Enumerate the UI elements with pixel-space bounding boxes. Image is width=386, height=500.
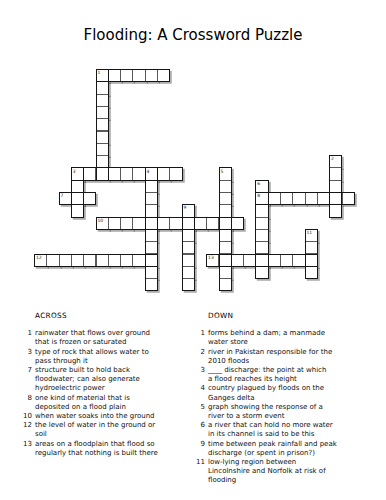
- clue-down-11: 11low-lying region between Lincolnshire …: [196, 458, 374, 486]
- grid-cell[interactable]: [132, 167, 145, 180]
- clue-number: 11: [196, 458, 205, 467]
- grid-cell[interactable]: [255, 229, 268, 242]
- down-header: DOWN: [208, 311, 374, 320]
- grid-cell[interactable]: [280, 254, 293, 267]
- grid-cell[interactable]: [169, 167, 182, 180]
- grid-cell[interactable]: [96, 94, 109, 107]
- clue-text: rainwater that flows over ground that is…: [35, 329, 193, 347]
- clue-number: 12: [23, 421, 32, 430]
- clue-across-10: 10when water soaks into the ground: [23, 412, 193, 421]
- grid-cell[interactable]: [268, 254, 281, 267]
- grid-cell[interactable]: [71, 254, 84, 267]
- clue-across-8: 8one kind of material that is deposited …: [23, 394, 193, 412]
- grid-cell[interactable]: 1: [96, 69, 109, 82]
- grid-cell[interactable]: [145, 69, 158, 82]
- cell-number: 5: [220, 169, 223, 174]
- grid-cell[interactable]: [96, 143, 109, 156]
- clue-down-2: 2river in Pakistan responsible for the 2…: [196, 348, 374, 366]
- grid-cell[interactable]: [219, 254, 232, 267]
- clue-number: 9: [196, 440, 205, 449]
- grid-cell[interactable]: [157, 69, 170, 82]
- grid-cell[interactable]: [108, 69, 121, 82]
- grid-cell[interactable]: [96, 118, 109, 131]
- grid-cell[interactable]: [329, 167, 342, 180]
- grid-cell[interactable]: [231, 217, 244, 230]
- cell-number: 9: [183, 205, 186, 210]
- across-clues-section: ACROSS 1rainwater that flows over ground…: [23, 311, 193, 458]
- clue-number: 4: [196, 384, 205, 393]
- grid-cell[interactable]: [182, 266, 195, 279]
- grid-cell[interactable]: [280, 192, 293, 205]
- clue-text: when water soaks into the ground: [35, 412, 193, 421]
- grid-cell[interactable]: [145, 217, 158, 230]
- grid-cell[interactable]: [292, 192, 305, 205]
- grid-cell[interactable]: [305, 254, 318, 267]
- clue-number: 1: [196, 329, 205, 338]
- grid-cell[interactable]: [108, 217, 121, 230]
- cell-number: 1: [97, 70, 100, 75]
- grid-cell[interactable]: [59, 254, 72, 267]
- grid-cell[interactable]: [219, 241, 232, 254]
- grid-cell[interactable]: [145, 180, 158, 193]
- clue-number: 3: [196, 366, 205, 375]
- clue-down-9: 9time between peak rainfall and peak dis…: [196, 440, 374, 458]
- grid-cell[interactable]: [145, 254, 158, 267]
- grid-cell[interactable]: [83, 192, 96, 205]
- grid-cell[interactable]: [255, 217, 268, 230]
- grid-cell[interactable]: 9: [182, 204, 195, 217]
- grid-cell[interactable]: [182, 254, 195, 267]
- clue-down-1: 1forms behind a dam; a manmade water sto…: [196, 329, 374, 347]
- grid-cell[interactable]: [329, 192, 342, 205]
- cell-number: 3: [73, 169, 76, 174]
- grid-cell[interactable]: [132, 69, 145, 82]
- grid-cell[interactable]: [231, 254, 244, 267]
- clue-across-3: 3type of rock that allows water to pass …: [23, 348, 193, 366]
- grid-cell[interactable]: [120, 167, 133, 180]
- clue-number: 13: [23, 440, 32, 449]
- grid-cell[interactable]: [120, 69, 133, 82]
- grid-cell[interactable]: [157, 217, 170, 230]
- grid-cell[interactable]: [132, 217, 145, 230]
- clue-text: forms behind a dam; a manmade water stor…: [208, 329, 374, 347]
- clue-number: 10: [23, 412, 32, 421]
- grid-cell[interactable]: [243, 254, 256, 267]
- grid-cell[interactable]: [255, 241, 268, 254]
- clue-text: areas on a floodplain that flood so regu…: [35, 440, 193, 458]
- grid-cell[interactable]: [317, 192, 330, 205]
- down-clue-list: 1forms behind a dam; a manmade water sto…: [196, 329, 374, 485]
- grid-cell[interactable]: [145, 229, 158, 242]
- cell-number: 12: [36, 255, 42, 260]
- grid-cell[interactable]: [96, 106, 109, 119]
- clue-number: 8: [23, 394, 32, 403]
- grid-cell[interactable]: 4: [145, 167, 158, 180]
- grid-cell[interactable]: [268, 192, 281, 205]
- clue-text: time between peak rainfall and peak disc…: [208, 440, 374, 458]
- clue-text: one kind of material that is deposited o…: [35, 394, 193, 412]
- clue-number: 5: [196, 403, 205, 412]
- grid-cell[interactable]: [329, 204, 342, 217]
- grid-cell[interactable]: [255, 266, 268, 279]
- grid-cell[interactable]: 12: [34, 254, 47, 267]
- grid-cell[interactable]: [96, 167, 109, 180]
- grid-cell[interactable]: [194, 217, 207, 230]
- clue-text: type of rock that allows water to pass t…: [35, 348, 193, 366]
- grid-cell[interactable]: [305, 241, 318, 254]
- grid-cell[interactable]: [71, 180, 84, 193]
- page-title: Flooding: A Crossword Puzzle: [0, 26, 386, 45]
- cell-number: 10: [97, 218, 103, 223]
- grid-cell[interactable]: [342, 192, 355, 205]
- grid-cell[interactable]: [145, 241, 158, 254]
- grid-cell[interactable]: [169, 217, 182, 230]
- grid-cell[interactable]: [255, 254, 268, 267]
- cell-number: 11: [306, 230, 312, 235]
- across-header: ACROSS: [35, 311, 193, 320]
- grid-cell[interactable]: [182, 241, 195, 254]
- grid-cell[interactable]: 6: [255, 180, 268, 193]
- grid-cell[interactable]: [96, 81, 109, 94]
- grid-cell[interactable]: [145, 192, 158, 205]
- grid-cell[interactable]: [219, 278, 232, 291]
- grid-cell[interactable]: [145, 278, 158, 291]
- clue-text: low-lying region between Lincolnshire an…: [208, 458, 374, 486]
- grid-cell[interactable]: 8: [255, 192, 268, 205]
- grid-cell[interactable]: [219, 204, 232, 217]
- grid-cell[interactable]: [96, 155, 109, 168]
- clue-text: ____ discharge: the point at which a flo…: [208, 366, 374, 384]
- clue-text: country plagued by floods on the Ganges …: [208, 384, 374, 402]
- grid-cell[interactable]: 7: [59, 192, 72, 205]
- clue-across-1: 1rainwater that flows over ground that i…: [23, 329, 193, 347]
- grid-cell[interactable]: [182, 278, 195, 291]
- clue-text: a river that can hold no more water in i…: [208, 421, 374, 439]
- grid-cell[interactable]: [83, 167, 96, 180]
- clue-text: structure built to hold back floodwater;…: [35, 366, 193, 394]
- crossword-grid: 12345678910111213: [34, 69, 355, 292]
- clue-across-13: 13areas on a floodplain that flood so re…: [23, 440, 193, 458]
- grid-cell[interactable]: [132, 254, 145, 267]
- clue-number: 6: [196, 421, 205, 430]
- grid-cell[interactable]: [219, 229, 232, 242]
- clue-number: 2: [196, 348, 205, 357]
- grid-cell[interactable]: 3: [71, 167, 84, 180]
- cell-number: 4: [147, 169, 150, 174]
- grid-cell[interactable]: 10: [96, 217, 109, 230]
- clue-text: graph showing the response of a river to…: [208, 403, 374, 421]
- grid-cell[interactable]: [292, 254, 305, 267]
- grid-cell[interactable]: 2: [329, 155, 342, 168]
- cell-number: 2: [331, 156, 334, 161]
- grid-cell[interactable]: [83, 254, 96, 267]
- clue-across-12: 12the level of water in the ground or so…: [23, 421, 193, 439]
- clue-text: river in Pakistan responsible for the 20…: [208, 348, 374, 366]
- grid-cell[interactable]: [96, 131, 109, 144]
- grid-cell[interactable]: [206, 217, 219, 230]
- across-clue-list: 1rainwater that flows over ground that i…: [23, 329, 193, 458]
- grid-cell[interactable]: [46, 254, 59, 267]
- grid-cell[interactable]: [120, 217, 133, 230]
- grid-cell[interactable]: 5: [219, 167, 232, 180]
- grid-cell[interactable]: [120, 254, 133, 267]
- clue-across-7: 7structure built to hold back floodwater…: [23, 366, 193, 394]
- grid-cell[interactable]: [145, 204, 158, 217]
- cell-number: 7: [60, 193, 63, 198]
- cell-number: 13: [208, 255, 214, 260]
- clue-down-5: 5graph showing the response of a river t…: [196, 403, 374, 421]
- clue-number: 1: [23, 329, 32, 338]
- grid-cell[interactable]: [182, 229, 195, 242]
- grid-cell[interactable]: [71, 192, 84, 205]
- grid-cell[interactable]: 13: [206, 254, 219, 267]
- grid-cell[interactable]: [305, 266, 318, 279]
- grid-cell[interactable]: [219, 217, 232, 230]
- clue-down-3: 3____ discharge: the point at which a fl…: [196, 366, 374, 384]
- grid-cell[interactable]: 11: [305, 229, 318, 242]
- grid-cell[interactable]: [71, 204, 84, 217]
- grid-cell[interactable]: [145, 266, 158, 279]
- clue-number: 7: [23, 366, 32, 375]
- cell-number: 8: [257, 193, 260, 198]
- crossword-page: Flooding: A Crossword Puzzle 12345678910…: [0, 0, 386, 500]
- grid-cell[interactable]: [329, 180, 342, 193]
- clue-down-4: 4country plagued by floods on the Ganges…: [196, 384, 374, 402]
- grid-cell[interactable]: [108, 167, 121, 180]
- clue-text: the level of water in the ground or soil: [35, 421, 193, 439]
- grid-cell[interactable]: [108, 254, 121, 267]
- cell-number: 6: [257, 181, 260, 186]
- grid-cell[interactable]: [219, 192, 232, 205]
- grid-cell[interactable]: [219, 266, 232, 279]
- grid-cell[interactable]: [157, 167, 170, 180]
- clue-number: 3: [23, 348, 32, 357]
- grid-cell[interactable]: [305, 192, 318, 205]
- down-clues-section: DOWN 1forms behind a dam; a manmade wate…: [196, 311, 374, 486]
- grid-cell[interactable]: [182, 217, 195, 230]
- grid-cell[interactable]: [219, 180, 232, 193]
- grid-cell[interactable]: [255, 204, 268, 217]
- clue-down-6: 6a river that can hold no more water in …: [196, 421, 374, 439]
- grid-cell[interactable]: [96, 254, 109, 267]
